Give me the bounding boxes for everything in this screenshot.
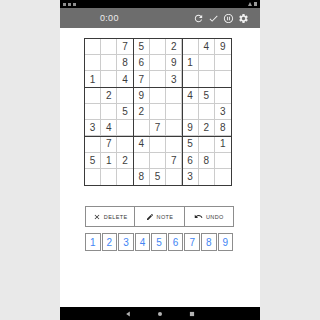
cell-r2c3[interactable]: 8 (117, 55, 133, 71)
cell-r8c4[interactable] (134, 153, 150, 169)
pause-icon[interactable] (223, 13, 234, 24)
timer: 0:00 (100, 8, 119, 28)
cell-r3c1[interactable]: 1 (85, 71, 101, 87)
cell-r9c4[interactable]: 8 (134, 169, 150, 185)
status-system-icons (248, 2, 257, 6)
notification-icon (68, 3, 71, 6)
delete-button[interactable]: DELETE (86, 207, 134, 226)
restart-icon[interactable] (193, 13, 204, 24)
numpad-button-5[interactable]: 5 (151, 233, 167, 251)
notification-icon (73, 3, 76, 6)
cell-r2c8[interactable] (199, 55, 215, 71)
block-divider (85, 87, 231, 89)
cell-r7c5[interactable] (150, 136, 166, 152)
cell-r4c7[interactable]: 4 (182, 88, 198, 104)
numpad-button-8[interactable]: 8 (201, 233, 217, 251)
close-icon (93, 213, 101, 221)
cell-r1c9[interactable]: 9 (215, 39, 231, 55)
cell-r8c1[interactable]: 5 (85, 153, 101, 169)
cell-r3c3[interactable]: 4 (117, 71, 133, 87)
cell-r5c4[interactable]: 2 (134, 104, 150, 120)
pencil-icon (146, 213, 154, 221)
cell-r9c3[interactable] (117, 169, 133, 185)
cell-r1c7[interactable] (182, 39, 198, 55)
check-icon[interactable] (208, 13, 219, 24)
numpad-button-4[interactable]: 4 (135, 233, 151, 251)
cell-r7c2[interactable]: 7 (101, 136, 117, 152)
numpad-button-6[interactable]: 6 (168, 233, 184, 251)
cell-r8c8[interactable]: 8 (199, 153, 215, 169)
cell-r4c9[interactable] (215, 88, 231, 104)
cell-r6c9[interactable]: 8 (215, 120, 231, 136)
undo-label: UNDO (206, 214, 224, 220)
cell-r1c3[interactable]: 7 (117, 39, 133, 55)
cell-r5c1[interactable] (85, 104, 101, 120)
cell-r4c8[interactable]: 5 (199, 88, 215, 104)
cell-r8c2[interactable]: 1 (101, 153, 117, 169)
cell-r6c1[interactable]: 3 (85, 120, 101, 136)
cell-r8c9[interactable] (215, 153, 231, 169)
cell-r5c8[interactable] (199, 104, 215, 120)
back-icon[interactable] (125, 311, 131, 317)
cell-r1c2[interactable] (101, 39, 117, 55)
undo-icon (194, 212, 203, 221)
cell-r6c3[interactable] (117, 120, 133, 136)
undo-button[interactable]: UNDO (184, 207, 233, 226)
cell-r9c7[interactable]: 3 (182, 169, 198, 185)
cell-r7c8[interactable] (199, 136, 215, 152)
cell-r9c1[interactable] (85, 169, 101, 185)
cell-r3c4[interactable]: 7 (134, 71, 150, 87)
cell-r4c6[interactable] (166, 88, 182, 104)
note-button[interactable]: NOTE (134, 207, 183, 226)
settings-icon[interactable] (238, 13, 249, 24)
sudoku-app-screen: 0:00 75249869114732945523347928745151276… (60, 0, 260, 320)
cell-r3c5[interactable] (150, 71, 166, 87)
cell-r4c2[interactable]: 2 (101, 88, 117, 104)
cell-r5c7[interactable] (182, 104, 198, 120)
cell-r5c3[interactable]: 5 (117, 104, 133, 120)
cell-r5c5[interactable] (150, 104, 166, 120)
numpad: 123456789 (85, 233, 233, 251)
signal-icon (248, 2, 252, 6)
cell-r2c5[interactable] (150, 55, 166, 71)
cell-r1c1[interactable] (85, 39, 101, 55)
cell-r1c8[interactable]: 4 (199, 39, 215, 55)
cell-r8c7[interactable]: 6 (182, 153, 198, 169)
block-divider (85, 136, 231, 138)
cell-r7c9[interactable]: 1 (215, 136, 231, 152)
cell-r2c6[interactable]: 9 (166, 55, 182, 71)
recents-icon[interactable] (189, 311, 195, 317)
note-label: NOTE (157, 214, 174, 220)
cell-r9c2[interactable] (101, 169, 117, 185)
status-bar (60, 0, 260, 8)
cell-r2c4[interactable]: 6 (134, 55, 150, 71)
numpad-button-2[interactable]: 2 (102, 233, 118, 251)
home-icon[interactable] (157, 311, 163, 317)
cell-r8c3[interactable]: 2 (117, 153, 133, 169)
edit-toolbar: DELETE NOTE UNDO (85, 206, 234, 227)
numpad-button-1[interactable]: 1 (85, 233, 101, 251)
cell-r7c6[interactable] (166, 136, 182, 152)
block-divider (182, 39, 184, 185)
notification-icon (63, 3, 66, 6)
block-divider (133, 39, 135, 185)
cell-r6c6[interactable] (166, 120, 182, 136)
numpad-button-3[interactable]: 3 (118, 233, 134, 251)
cell-r2c1[interactable] (85, 55, 101, 71)
numpad-button-9[interactable]: 9 (218, 233, 234, 251)
cell-r2c2[interactable] (101, 55, 117, 71)
cell-r9c9[interactable] (215, 169, 231, 185)
cell-r8c6[interactable]: 7 (166, 153, 182, 169)
app-bar: 0:00 (60, 8, 260, 28)
cell-r3c9[interactable] (215, 71, 231, 87)
status-notification-icons (63, 3, 76, 6)
android-nav-bar (60, 307, 260, 320)
numpad-button-7[interactable]: 7 (184, 233, 200, 251)
cell-r6c8[interactable]: 2 (199, 120, 215, 136)
cell-r9c8[interactable] (199, 169, 215, 185)
cell-r4c4[interactable]: 9 (134, 88, 150, 104)
cell-r7c1[interactable] (85, 136, 101, 152)
cell-r6c5[interactable]: 7 (150, 120, 166, 136)
cell-r3c6[interactable]: 3 (166, 71, 182, 87)
cell-r9c5[interactable]: 5 (150, 169, 166, 185)
cell-r3c8[interactable] (199, 71, 215, 87)
battery-icon (254, 2, 257, 6)
cell-r4c3[interactable] (117, 88, 133, 104)
cell-r4c5[interactable] (150, 88, 166, 104)
cell-r1c6[interactable]: 2 (166, 39, 182, 55)
cell-r4c1[interactable] (85, 88, 101, 104)
cell-r8c5[interactable] (150, 153, 166, 169)
sudoku-board: 752498691147329455233479287451512768853 (84, 38, 232, 186)
cell-r3c7[interactable] (182, 71, 198, 87)
cell-r5c2[interactable] (101, 104, 117, 120)
app-bar-actions (193, 8, 260, 28)
delete-label: DELETE (104, 214, 128, 220)
cell-r1c5[interactable] (150, 39, 166, 55)
cell-r5c9[interactable]: 3 (215, 104, 231, 120)
cell-r6c4[interactable] (134, 120, 150, 136)
cell-r2c7[interactable]: 1 (182, 55, 198, 71)
cell-r7c7[interactable]: 5 (182, 136, 198, 152)
cell-r2c9[interactable] (215, 55, 231, 71)
cell-r1c4[interactable]: 5 (134, 39, 150, 55)
cell-r6c2[interactable]: 4 (101, 120, 117, 136)
cell-r9c6[interactable] (166, 169, 182, 185)
cell-r6c7[interactable]: 9 (182, 120, 198, 136)
cell-r5c6[interactable] (166, 104, 182, 120)
cell-r7c4[interactable]: 4 (134, 136, 150, 152)
cell-r3c2[interactable] (101, 71, 117, 87)
cell-r7c3[interactable] (117, 136, 133, 152)
